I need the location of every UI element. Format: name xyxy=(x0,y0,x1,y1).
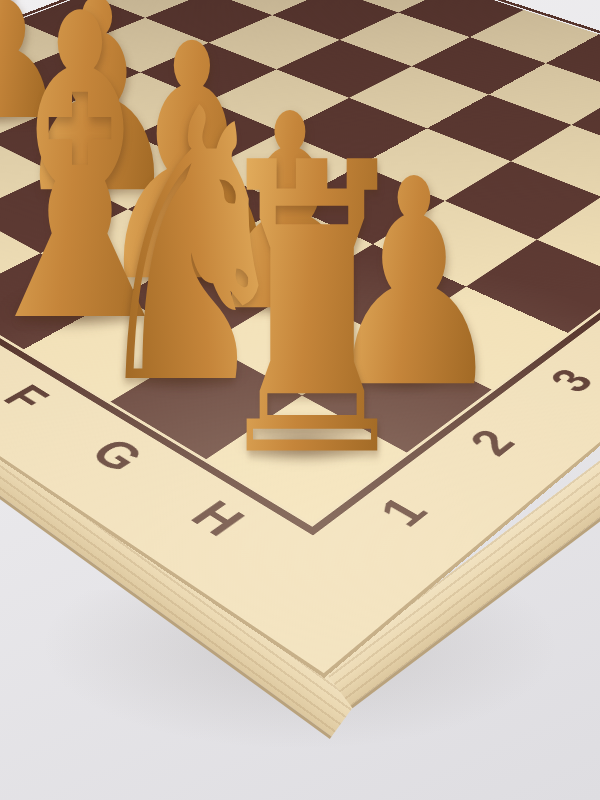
piece-white-rook-h1: ♜ xyxy=(208,112,416,512)
chessboard-photo-scene: FGH 123 ♟♟♟♟♟♝♞♜ xyxy=(0,0,600,800)
